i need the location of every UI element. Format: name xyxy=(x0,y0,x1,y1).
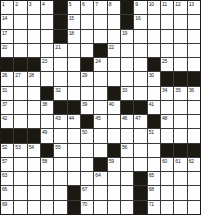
clue-number: 25 xyxy=(162,58,167,64)
clue-number: 59 xyxy=(109,158,114,164)
white-cell-r13c12[interactable]: 65 xyxy=(148,172,160,185)
white-cell-r5c14[interactable] xyxy=(174,58,186,71)
white-cell-r6c12[interactable]: 30 xyxy=(148,72,160,85)
white-cell-r15c12[interactable]: 71 xyxy=(148,201,160,214)
white-cell-r14c9[interactable] xyxy=(108,186,120,199)
black-cell-r14c11 xyxy=(134,186,146,199)
white-cell-r10c13[interactable] xyxy=(161,129,173,142)
white-cell-r8c7[interactable]: 39 xyxy=(81,101,93,114)
white-cell-r2c6[interactable]: 15 xyxy=(68,15,80,28)
clue-number: 14 xyxy=(2,15,7,21)
white-cell-r15c4[interactable] xyxy=(41,201,53,214)
white-cell-r9c13[interactable]: 48 xyxy=(161,115,173,128)
white-cell-r15c1[interactable]: 69 xyxy=(1,201,13,214)
white-cell-r6c3[interactable]: 28 xyxy=(28,72,40,85)
white-cell-r13c2[interactable] xyxy=(14,172,26,185)
white-cell-r13c1[interactable]: 63 xyxy=(1,172,13,185)
clue-number: 70 xyxy=(82,201,87,207)
white-cell-r15c13[interactable] xyxy=(161,201,173,214)
black-cell-r8c10 xyxy=(121,101,133,114)
white-cell-r9c3[interactable] xyxy=(28,115,40,128)
clue-number: 13 xyxy=(189,1,194,7)
clue-number: 48 xyxy=(162,115,167,121)
clue-number: 11 xyxy=(162,1,167,7)
white-cell-r12c6[interactable] xyxy=(68,158,80,171)
white-cell-r15c2[interactable] xyxy=(14,201,26,214)
black-cell-r11c4 xyxy=(41,144,53,157)
black-cell-r10c1 xyxy=(1,129,13,142)
white-cell-r10c10[interactable] xyxy=(121,129,133,142)
clue-number: 46 xyxy=(122,115,127,121)
white-cell-r15c7[interactable]: 70 xyxy=(81,201,93,214)
clue-number: 29 xyxy=(82,72,87,78)
white-cell-r4c11[interactable] xyxy=(134,44,146,57)
white-cell-r15c9[interactable] xyxy=(108,201,120,214)
white-cell-r3c11[interactable] xyxy=(134,30,146,43)
white-cell-r10c11[interactable] xyxy=(134,129,146,142)
white-cell-r7c7[interactable] xyxy=(81,87,93,100)
black-cell-r5c7 xyxy=(81,58,93,71)
white-cell-r13c8[interactable]: 64 xyxy=(94,172,106,185)
white-cell-r11c3[interactable]: 54 xyxy=(28,144,40,157)
clue-number: 58 xyxy=(42,158,47,164)
clue-number: 33 xyxy=(122,87,127,93)
white-cell-r2c12[interactable] xyxy=(148,15,160,28)
clue-number: 51 xyxy=(149,129,154,135)
clue-number: 34 xyxy=(162,87,167,93)
white-cell-r12c5[interactable] xyxy=(54,158,66,171)
white-cell-r10c8[interactable] xyxy=(94,129,106,142)
white-cell-r2c4[interactable] xyxy=(41,15,53,28)
black-cell-r11c14 xyxy=(174,144,186,157)
white-cell-r14c8[interactable] xyxy=(94,186,106,199)
white-cell-r12c13[interactable]: 60 xyxy=(161,158,173,171)
white-cell-r14c12[interactable]: 68 xyxy=(148,186,160,199)
black-cell-r13c11 xyxy=(134,172,146,185)
white-cell-r2c8[interactable] xyxy=(94,15,106,28)
clue-number: 6 xyxy=(82,1,85,7)
white-cell-r4c13[interactable] xyxy=(161,44,173,57)
white-cell-r4c4[interactable] xyxy=(41,44,53,57)
clue-number: 40 xyxy=(109,101,114,107)
clue-number: 23 xyxy=(42,58,47,64)
black-cell-r2c5 xyxy=(54,15,66,28)
black-cell-r5c12 xyxy=(148,58,160,71)
white-cell-r13c10[interactable] xyxy=(121,172,133,185)
white-cell-r2c13[interactable] xyxy=(161,15,173,28)
white-cell-r7c6[interactable] xyxy=(68,87,80,100)
clue-number: 21 xyxy=(55,44,60,50)
white-cell-r3c6[interactable]: 18 xyxy=(68,30,80,43)
black-cell-r9c12 xyxy=(148,115,160,128)
white-cell-r7c3[interactable] xyxy=(28,87,40,100)
clue-number: 4 xyxy=(42,1,45,7)
clue-number: 41 xyxy=(149,101,154,107)
white-cell-r1c6[interactable]: 5 xyxy=(68,1,80,14)
crossword-grid: 1234567891011121314151617181920212223242… xyxy=(0,0,201,215)
white-cell-r6c6[interactable] xyxy=(68,72,80,85)
white-cell-r7c2[interactable] xyxy=(14,87,26,100)
white-cell-r10c6[interactable] xyxy=(68,129,80,142)
white-cell-r8c15[interactable] xyxy=(188,101,200,114)
white-cell-r12c14[interactable]: 61 xyxy=(174,158,186,171)
white-cell-r1c8[interactable]: 7 xyxy=(94,1,106,14)
white-cell-r7c8[interactable] xyxy=(94,87,106,100)
white-cell-r3c10[interactable]: 19 xyxy=(121,30,133,43)
black-cell-r10c2 xyxy=(14,129,26,142)
white-cell-r15c5[interactable] xyxy=(54,201,66,214)
clue-number: 47 xyxy=(135,115,140,121)
white-cell-r7c11[interactable] xyxy=(134,87,146,100)
black-cell-r3c5 xyxy=(54,30,66,43)
black-cell-r11c15 xyxy=(188,144,200,157)
clue-number: 24 xyxy=(95,58,100,64)
white-cell-r14c4[interactable] xyxy=(41,186,53,199)
white-cell-r8c1[interactable]: 37 xyxy=(1,101,13,114)
white-cell-r13c7[interactable] xyxy=(81,172,93,185)
clue-number: 52 xyxy=(2,144,7,150)
white-cell-r10c9[interactable] xyxy=(108,129,120,142)
white-cell-r10c7[interactable]: 50 xyxy=(81,129,93,142)
white-cell-r4c12[interactable] xyxy=(148,44,160,57)
white-cell-r3c4[interactable] xyxy=(41,30,53,43)
white-cell-r8c3[interactable] xyxy=(28,101,40,114)
white-cell-r5c8[interactable]: 24 xyxy=(94,58,106,71)
clue-number: 26 xyxy=(2,72,7,78)
white-cell-r7c12[interactable] xyxy=(148,87,160,100)
white-cell-r3c13[interactable] xyxy=(161,30,173,43)
white-cell-r11c12[interactable] xyxy=(148,144,160,157)
white-cell-r13c6[interactable] xyxy=(68,172,80,185)
clue-number: 62 xyxy=(189,158,194,164)
clue-number: 55 xyxy=(55,144,60,150)
clue-number: 61 xyxy=(175,158,180,164)
white-cell-r4c7[interactable] xyxy=(81,44,93,57)
clue-number: 45 xyxy=(95,115,100,121)
white-cell-r4c10[interactable] xyxy=(121,44,133,57)
white-cell-r9c5[interactable]: 43 xyxy=(54,115,66,128)
white-cell-r3c2[interactable] xyxy=(14,30,26,43)
black-cell-r8c11 xyxy=(134,101,146,114)
white-cell-r5c13[interactable]: 25 xyxy=(161,58,173,71)
black-cell-r5c1 xyxy=(1,58,13,71)
clue-number: 42 xyxy=(2,115,7,121)
black-cell-r14c6 xyxy=(68,186,80,199)
white-cell-r8c12[interactable]: 41 xyxy=(148,101,160,114)
white-cell-r4c1[interactable]: 20 xyxy=(1,44,13,57)
white-cell-r1c13[interactable]: 11 xyxy=(161,1,173,14)
clue-number: 38 xyxy=(42,101,47,107)
white-cell-r6c8[interactable] xyxy=(94,72,106,85)
clue-number: 7 xyxy=(95,1,98,7)
white-cell-r14c14[interactable] xyxy=(174,186,186,199)
white-cell-r13c5[interactable] xyxy=(54,172,66,185)
clue-number: 36 xyxy=(189,87,194,93)
white-cell-r14c7[interactable]: 67 xyxy=(81,186,93,199)
white-cell-r13c9[interactable] xyxy=(108,172,120,185)
clue-number: 69 xyxy=(2,201,7,207)
white-cell-r3c12[interactable] xyxy=(148,30,160,43)
clue-number: 67 xyxy=(82,186,87,192)
clue-number: 63 xyxy=(2,172,7,178)
white-cell-r11c11[interactable] xyxy=(134,144,146,157)
white-cell-r3c9[interactable] xyxy=(108,30,120,43)
white-cell-r6c1[interactable]: 26 xyxy=(1,72,13,85)
white-cell-r2c1[interactable]: 14 xyxy=(1,15,13,28)
white-cell-r5c10[interactable] xyxy=(121,58,133,71)
white-cell-r2c14[interactable] xyxy=(174,15,186,28)
clue-number: 8 xyxy=(109,1,112,7)
white-cell-r2c11[interactable]: 16 xyxy=(134,15,146,28)
white-cell-r8c9[interactable]: 40 xyxy=(108,101,120,114)
black-cell-r4c8 xyxy=(94,44,106,57)
white-cell-r10c15[interactable] xyxy=(188,129,200,142)
clue-number: 50 xyxy=(82,129,87,135)
white-cell-r9c10[interactable]: 46 xyxy=(121,115,133,128)
white-cell-r5c9[interactable] xyxy=(108,58,120,71)
white-cell-r12c1[interactable]: 57 xyxy=(1,158,13,171)
white-cell-r9c14[interactable] xyxy=(174,115,186,128)
clue-number: 31 xyxy=(2,87,7,93)
clue-number: 9 xyxy=(135,1,138,7)
white-cell-r3c3[interactable] xyxy=(28,30,40,43)
white-cell-r1c15[interactable]: 13 xyxy=(188,1,200,14)
white-cell-r12c9[interactable]: 59 xyxy=(108,158,120,171)
white-cell-r14c13[interactable] xyxy=(161,186,173,199)
white-cell-r5c11[interactable] xyxy=(134,58,146,71)
white-cell-r13c3[interactable] xyxy=(28,172,40,185)
white-cell-r10c12[interactable]: 51 xyxy=(148,129,160,142)
white-cell-r8c4[interactable]: 38 xyxy=(41,101,53,114)
clue-number: 3 xyxy=(29,1,32,7)
white-cell-r6c2[interactable]: 27 xyxy=(14,72,26,85)
black-cell-r11c13 xyxy=(161,144,173,157)
clue-number: 53 xyxy=(15,144,20,150)
white-cell-r12c7[interactable] xyxy=(81,158,93,171)
white-cell-r3c15[interactable] xyxy=(188,30,200,43)
white-cell-r15c15[interactable] xyxy=(188,201,200,214)
crossword-puzzle: 1234567891011121314151617181920212223242… xyxy=(0,0,201,215)
white-cell-r1c2[interactable]: 2 xyxy=(14,1,26,14)
white-cell-r1c11[interactable]: 9 xyxy=(134,1,146,14)
white-cell-r4c14[interactable] xyxy=(174,44,186,57)
clue-number: 57 xyxy=(2,158,7,164)
clue-number: 37 xyxy=(2,101,7,107)
white-cell-r3c1[interactable]: 17 xyxy=(1,30,13,43)
black-cell-r15c6 xyxy=(68,201,80,214)
white-cell-r11c7[interactable] xyxy=(81,144,93,157)
white-cell-r1c4[interactable]: 4 xyxy=(41,1,53,14)
white-cell-r1c7[interactable]: 6 xyxy=(81,1,93,14)
white-cell-r10c5[interactable] xyxy=(54,129,66,142)
black-cell-r11c9 xyxy=(108,144,120,157)
clue-number: 64 xyxy=(95,172,100,178)
clue-number: 60 xyxy=(162,158,167,164)
white-cell-r4c9[interactable]: 22 xyxy=(108,44,120,57)
black-cell-r6c15 xyxy=(188,72,200,85)
white-cell-r7c1[interactable]: 31 xyxy=(1,87,13,100)
clue-number: 71 xyxy=(149,201,154,207)
white-cell-r12c4[interactable]: 58 xyxy=(41,158,53,171)
white-cell-r4c15[interactable] xyxy=(188,44,200,57)
white-cell-r6c9[interactable] xyxy=(108,72,120,85)
black-cell-r2c10 xyxy=(121,15,133,28)
white-cell-r7c15[interactable]: 36 xyxy=(188,87,200,100)
black-cell-r5c3 xyxy=(28,58,40,71)
white-cell-r11c1[interactable]: 52 xyxy=(1,144,13,157)
white-cell-r9c1[interactable]: 42 xyxy=(1,115,13,128)
white-cell-r1c1[interactable]: 1 xyxy=(1,1,13,14)
clue-number: 5 xyxy=(69,1,72,7)
black-cell-r10c3 xyxy=(28,129,40,142)
white-cell-r11c2[interactable]: 53 xyxy=(14,144,26,157)
white-cell-r15c8[interactable] xyxy=(94,201,106,214)
black-cell-r12c8 xyxy=(94,158,106,171)
white-cell-r10c4[interactable]: 49 xyxy=(41,129,53,142)
white-cell-r4c3[interactable] xyxy=(28,44,40,57)
white-cell-r12c12[interactable] xyxy=(148,158,160,171)
white-cell-r11c10[interactable]: 56 xyxy=(121,144,133,157)
white-cell-r9c4[interactable] xyxy=(41,115,53,128)
white-cell-r1c9[interactable]: 8 xyxy=(108,1,120,14)
white-cell-r2c9[interactable] xyxy=(108,15,120,28)
white-cell-r6c4[interactable] xyxy=(41,72,53,85)
white-cell-r2c7[interactable] xyxy=(81,15,93,28)
black-cell-r15c11 xyxy=(134,201,146,214)
clue-number: 54 xyxy=(29,144,34,150)
white-cell-r4c6[interactable] xyxy=(68,44,80,57)
white-cell-r3c14[interactable] xyxy=(174,30,186,43)
white-cell-r2c15[interactable] xyxy=(188,15,200,28)
white-cell-r12c3[interactable] xyxy=(28,158,40,171)
white-cell-r7c5[interactable]: 32 xyxy=(54,87,66,100)
white-cell-r3c7[interactable] xyxy=(81,30,93,43)
white-cell-r11c8[interactable] xyxy=(94,144,106,157)
white-cell-r9c11[interactable]: 47 xyxy=(134,115,146,128)
clue-number: 12 xyxy=(175,1,180,7)
clue-number: 39 xyxy=(82,101,87,107)
white-cell-r10c14[interactable] xyxy=(174,129,186,142)
white-cell-r14c2[interactable] xyxy=(14,186,26,199)
clue-number: 35 xyxy=(175,87,180,93)
clue-number: 17 xyxy=(2,30,7,36)
clue-number: 22 xyxy=(109,44,114,50)
black-cell-r6c14 xyxy=(174,72,186,85)
white-cell-r7c13[interactable]: 34 xyxy=(161,87,173,100)
white-cell-r13c13[interactable] xyxy=(161,172,173,185)
clue-number: 30 xyxy=(149,72,154,78)
black-cell-r9c7 xyxy=(81,115,93,128)
white-cell-r9c2[interactable] xyxy=(14,115,26,128)
white-cell-r11c6[interactable] xyxy=(68,144,80,157)
clue-number: 16 xyxy=(135,15,140,21)
clue-number: 66 xyxy=(2,186,7,192)
white-cell-r1c12[interactable]: 10 xyxy=(148,1,160,14)
white-cell-r9c6[interactable]: 44 xyxy=(68,115,80,128)
clue-number: 49 xyxy=(42,129,47,135)
white-cell-r8c8[interactable] xyxy=(94,101,106,114)
white-cell-r5c6[interactable] xyxy=(68,58,80,71)
black-cell-r7c9 xyxy=(108,87,120,100)
white-cell-r12c2[interactable] xyxy=(14,158,26,171)
white-cell-r9c8[interactable]: 45 xyxy=(94,115,106,128)
clue-number: 15 xyxy=(69,15,74,21)
clue-number: 44 xyxy=(69,115,74,121)
white-cell-r14c3[interactable] xyxy=(28,186,40,199)
white-cell-r15c10[interactable] xyxy=(121,201,133,214)
white-cell-r4c5[interactable]: 21 xyxy=(54,44,66,57)
white-cell-r14c10[interactable] xyxy=(121,186,133,199)
white-cell-r15c3[interactable] xyxy=(28,201,40,214)
white-cell-r4c2[interactable] xyxy=(14,44,26,57)
white-cell-r7c14[interactable]: 35 xyxy=(174,87,186,100)
white-cell-r9c9[interactable] xyxy=(108,115,120,128)
white-cell-r14c5[interactable] xyxy=(54,186,66,199)
white-cell-r13c14[interactable] xyxy=(174,172,186,185)
clue-number: 28 xyxy=(29,72,34,78)
white-cell-r13c4[interactable] xyxy=(41,172,53,185)
black-cell-r6c13 xyxy=(161,72,173,85)
clue-number: 20 xyxy=(2,44,7,50)
clue-number: 43 xyxy=(55,115,60,121)
white-cell-r13c15[interactable] xyxy=(188,172,200,185)
white-cell-r5c15[interactable] xyxy=(188,58,200,71)
white-cell-r6c10[interactable] xyxy=(121,72,133,85)
white-cell-r8c2[interactable] xyxy=(14,101,26,114)
white-cell-r3c8[interactable] xyxy=(94,30,106,43)
white-cell-r14c1[interactable]: 66 xyxy=(1,186,13,199)
black-cell-r5c2 xyxy=(14,58,26,71)
white-cell-r12c10[interactable] xyxy=(121,158,133,171)
black-cell-r1c5 xyxy=(54,1,66,14)
clue-number: 2 xyxy=(15,1,18,7)
black-cell-r8c6 xyxy=(68,101,80,114)
white-cell-r6c11[interactable] xyxy=(134,72,146,85)
clue-number: 68 xyxy=(149,186,154,192)
white-cell-r15c14[interactable] xyxy=(174,201,186,214)
clue-number: 18 xyxy=(69,30,74,36)
white-cell-r1c3[interactable]: 3 xyxy=(28,1,40,14)
clue-number: 10 xyxy=(149,1,154,7)
black-cell-r7c4 xyxy=(41,87,53,100)
white-cell-r8c14[interactable] xyxy=(174,101,186,114)
white-cell-r7c10[interactable]: 33 xyxy=(121,87,133,100)
clue-number: 32 xyxy=(55,87,60,93)
white-cell-r9c15[interactable] xyxy=(188,115,200,128)
clue-number: 27 xyxy=(15,72,20,78)
black-cell-r8c5 xyxy=(54,101,66,114)
white-cell-r8c13[interactable] xyxy=(161,101,173,114)
white-cell-r5c4[interactable]: 23 xyxy=(41,58,53,71)
white-cell-r14c15[interactable] xyxy=(188,186,200,199)
white-cell-r6c7[interactable]: 29 xyxy=(81,72,93,85)
white-cell-r1c14[interactable]: 12 xyxy=(174,1,186,14)
white-cell-r12c15[interactable]: 62 xyxy=(188,158,200,171)
white-cell-r5c5[interactable] xyxy=(54,58,66,71)
white-cell-r11c5[interactable]: 55 xyxy=(54,144,66,157)
clue-number: 65 xyxy=(149,172,154,178)
clue-number: 1 xyxy=(2,1,5,7)
white-cell-r2c2[interactable] xyxy=(14,15,26,28)
white-cell-r2c3[interactable] xyxy=(28,15,40,28)
white-cell-r12c11[interactable] xyxy=(134,158,146,171)
white-cell-r6c5[interactable] xyxy=(54,72,66,85)
clue-number: 56 xyxy=(122,144,127,150)
black-cell-r1c10 xyxy=(121,1,133,14)
clue-number: 19 xyxy=(122,30,127,36)
